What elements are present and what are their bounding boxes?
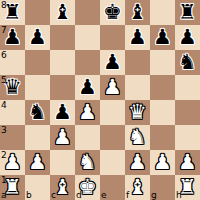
black-pawn-h7[interactable]: ♟ xyxy=(175,25,200,50)
square-g2[interactable]: ♟ xyxy=(150,150,175,175)
file-label-b: b xyxy=(26,191,32,200)
white-pawn-f2[interactable]: ♟ xyxy=(125,150,150,175)
white-pawn-b2[interactable]: ♟ xyxy=(25,150,50,175)
black-rook-h8[interactable]: ♜ xyxy=(175,0,200,25)
square-b7[interactable]: ♟ xyxy=(25,25,50,50)
black-pawn-e6[interactable]: ♟ xyxy=(100,50,125,75)
file-label-g: g xyxy=(151,191,157,200)
square-e1[interactable]: e xyxy=(100,175,125,200)
square-h8[interactable]: ♜ xyxy=(175,0,200,25)
square-b4[interactable]: ♞ xyxy=(25,100,50,125)
white-pawn-g2[interactable]: ♟ xyxy=(150,150,175,175)
square-f1[interactable]: ♝f xyxy=(125,175,150,200)
square-g3[interactable] xyxy=(150,125,175,150)
square-c8[interactable]: ♝ xyxy=(50,0,75,25)
square-e5[interactable]: ♟ xyxy=(100,75,125,100)
square-e4[interactable] xyxy=(100,100,125,125)
square-h4[interactable] xyxy=(175,100,200,125)
white-pawn-d4[interactable]: ♟ xyxy=(75,100,100,125)
square-d4[interactable]: ♟ xyxy=(75,100,100,125)
rank-label-6: 6 xyxy=(1,51,7,60)
file-label-e: e xyxy=(101,191,107,200)
square-g1[interactable]: g xyxy=(150,175,175,200)
black-bishop-f8[interactable]: ♝ xyxy=(125,0,150,25)
square-a4[interactable]: 4 xyxy=(0,100,25,125)
rank-label-4: 4 xyxy=(1,101,7,110)
square-c5[interactable] xyxy=(50,75,75,100)
white-rook-h1[interactable]: ♜ xyxy=(175,175,200,200)
black-rook-a8[interactable]: ♜ xyxy=(0,0,25,25)
square-a1[interactable]: ♜1a xyxy=(0,175,25,200)
square-a3[interactable]: 3 xyxy=(0,125,25,150)
square-h3[interactable] xyxy=(175,125,200,150)
square-d1[interactable]: ♚d xyxy=(75,175,100,200)
square-f6[interactable] xyxy=(125,50,150,75)
square-h5[interactable] xyxy=(175,75,200,100)
black-pawn-f7[interactable]: ♟ xyxy=(125,25,150,50)
square-c7[interactable] xyxy=(50,25,75,50)
square-a7[interactable]: ♟7 xyxy=(0,25,25,50)
white-king-d1[interactable]: ♚ xyxy=(75,175,100,200)
square-b8[interactable] xyxy=(25,0,50,25)
square-h7[interactable]: ♟ xyxy=(175,25,200,50)
square-b2[interactable]: ♟ xyxy=(25,150,50,175)
white-bishop-f1[interactable]: ♝ xyxy=(125,175,150,200)
square-h1[interactable]: ♜h xyxy=(175,175,200,200)
square-e6[interactable]: ♟ xyxy=(100,50,125,75)
black-pawn-d5[interactable]: ♟ xyxy=(75,75,100,100)
square-d6[interactable] xyxy=(75,50,100,75)
square-b3[interactable] xyxy=(25,125,50,150)
square-f5[interactable] xyxy=(125,75,150,100)
white-queen-f4[interactable]: ♛ xyxy=(125,100,150,125)
white-knight-d2[interactable]: ♞ xyxy=(75,150,100,175)
square-d7[interactable] xyxy=(75,25,100,50)
square-c2[interactable] xyxy=(50,150,75,175)
white-pawn-e5[interactable]: ♟ xyxy=(100,75,125,100)
square-c4[interactable]: ♟ xyxy=(50,100,75,125)
white-pawn-a2[interactable]: ♟ xyxy=(0,150,25,175)
square-d8[interactable] xyxy=(75,0,100,25)
square-g7[interactable]: ♟ xyxy=(150,25,175,50)
square-e7[interactable] xyxy=(100,25,125,50)
square-e2[interactable] xyxy=(100,150,125,175)
square-a5[interactable]: ♛5 xyxy=(0,75,25,100)
square-a2[interactable]: ♟2 xyxy=(0,150,25,175)
square-d2[interactable]: ♞ xyxy=(75,150,100,175)
black-pawn-g7[interactable]: ♟ xyxy=(150,25,175,50)
white-pawn-h2[interactable]: ♟ xyxy=(175,150,200,175)
square-f3[interactable]: ♞ xyxy=(125,125,150,150)
square-f2[interactable]: ♟ xyxy=(125,150,150,175)
rank-label-3: 3 xyxy=(1,126,7,135)
black-pawn-c4[interactable]: ♟ xyxy=(50,100,75,125)
square-c1[interactable]: ♝c xyxy=(50,175,75,200)
square-d5[interactable]: ♟ xyxy=(75,75,100,100)
square-e8[interactable]: ♚ xyxy=(100,0,125,25)
square-b1[interactable]: b xyxy=(25,175,50,200)
square-h6[interactable]: ♞ xyxy=(175,50,200,75)
black-pawn-a7[interactable]: ♟ xyxy=(0,25,25,50)
square-g4[interactable] xyxy=(150,100,175,125)
square-c3[interactable]: ♟ xyxy=(50,125,75,150)
square-b6[interactable] xyxy=(25,50,50,75)
white-bishop-c1[interactable]: ♝ xyxy=(50,175,75,200)
black-pawn-b7[interactable]: ♟ xyxy=(25,25,50,50)
square-a8[interactable]: ♜8 xyxy=(0,0,25,25)
square-g8[interactable] xyxy=(150,0,175,25)
white-rook-a1[interactable]: ♜ xyxy=(0,175,25,200)
square-h2[interactable]: ♟ xyxy=(175,150,200,175)
square-g5[interactable] xyxy=(150,75,175,100)
square-f4[interactable]: ♛ xyxy=(125,100,150,125)
square-e3[interactable] xyxy=(100,125,125,150)
square-f8[interactable]: ♝ xyxy=(125,0,150,25)
square-f7[interactable]: ♟ xyxy=(125,25,150,50)
square-c6[interactable] xyxy=(50,50,75,75)
black-queen-a5[interactable]: ♛ xyxy=(0,75,25,100)
square-d3[interactable] xyxy=(75,125,100,150)
square-g6[interactable] xyxy=(150,50,175,75)
black-bishop-c8[interactable]: ♝ xyxy=(50,0,75,25)
white-knight-f3[interactable]: ♞ xyxy=(125,125,150,150)
black-knight-h6[interactable]: ♞ xyxy=(175,50,200,75)
chess-board: ♜8♝♚♝♜♟7♟♟♟♟6♟♞♛5♟♟4♞♟♟♛3♟♞♟2♟♞♟♟♟♜1ab♝c… xyxy=(0,0,200,200)
square-b5[interactable] xyxy=(25,75,50,100)
square-a6[interactable]: 6 xyxy=(0,50,25,75)
black-king-e8[interactable]: ♚ xyxy=(100,0,125,25)
black-knight-b4[interactable]: ♞ xyxy=(25,100,50,125)
white-pawn-c3[interactable]: ♟ xyxy=(50,125,75,150)
